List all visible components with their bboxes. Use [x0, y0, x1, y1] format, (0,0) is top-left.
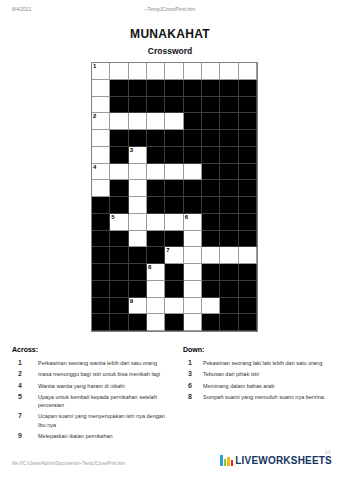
clue-number: 7 — [166, 247, 169, 254]
clue-num: 2 — [18, 370, 38, 378]
black-cell — [220, 147, 238, 164]
black-cell — [147, 180, 165, 197]
clue-num: 1 — [188, 359, 203, 367]
black-cell — [129, 314, 147, 331]
liveworksheets-logo: LIVEWORKSHEETS — [220, 455, 332, 466]
grid-cell[interactable] — [129, 63, 147, 80]
black-cell — [220, 80, 238, 97]
black-cell — [110, 197, 128, 214]
across-clue: 1Perkawinan seorang wanita lebih dari sa… — [12, 359, 174, 367]
grid-cell[interactable]: 3 — [129, 147, 147, 164]
black-cell — [165, 281, 183, 298]
grid-cell[interactable] — [92, 97, 110, 114]
black-cell — [184, 180, 202, 197]
across-clue: 9Melepaskan ikatan pernikahan — [12, 432, 174, 440]
black-cell — [147, 197, 165, 214]
crossword-grid: 123456789 — [91, 62, 258, 332]
black-cell — [129, 97, 147, 114]
clue-text: Meminang dalam bahas arab — [203, 382, 330, 390]
grid-cell[interactable] — [129, 214, 147, 231]
clue-text: Perkawinan seorang wanita lebih dari sat… — [38, 359, 174, 367]
grid-cell[interactable] — [92, 130, 110, 147]
black-cell — [129, 130, 147, 147]
black-cell — [220, 214, 238, 231]
black-cell — [184, 130, 202, 147]
black-cell — [239, 298, 257, 315]
clue-text: Ucapan suami yang menyerupakan istri nya… — [38, 412, 174, 429]
footer-file-url: file:///C:/Users/Admin/Documents/~TempJC… — [12, 461, 125, 466]
black-cell — [165, 197, 183, 214]
clue-text: Wanita wanita yang haram di nikahi — [38, 382, 174, 390]
black-cell — [202, 214, 220, 231]
grid-cell[interactable] — [165, 164, 183, 181]
clue-text: Tebusan dari pihak istri — [203, 370, 330, 378]
clue-number: 4 — [93, 164, 96, 171]
grid-cell[interactable] — [202, 298, 220, 315]
black-cell — [220, 197, 238, 214]
down-clue: 3Tebusan dari pihak istri — [183, 370, 330, 378]
down-clues-section: Down: 1Pekawinan seorang laki laki lebih… — [183, 346, 330, 404]
grid-cell[interactable] — [92, 180, 110, 197]
clue-text: Pekawinan seorang laki laki lebih dari s… — [203, 359, 330, 367]
grid-cell[interactable] — [147, 214, 165, 231]
grid-cell[interactable] — [184, 247, 202, 264]
grid-cell[interactable] — [110, 113, 128, 130]
black-cell — [110, 180, 128, 197]
black-cell — [110, 264, 128, 281]
black-cell — [110, 80, 128, 97]
black-cell — [92, 197, 110, 214]
black-cell — [184, 97, 202, 114]
grid-cell[interactable] — [129, 231, 147, 248]
black-cell — [239, 164, 257, 181]
black-cell — [92, 298, 110, 315]
grid-cell[interactable] — [147, 314, 165, 331]
black-cell — [220, 97, 238, 114]
across-clue: 5Upaya untuk kembali kepada pernikahan s… — [12, 393, 174, 410]
grid-cell[interactable]: 4 — [92, 164, 110, 181]
clue-num: 6 — [188, 382, 203, 390]
across-clue: 2masa menunggu bagi istri untuk bisa men… — [12, 370, 174, 378]
black-cell — [110, 97, 128, 114]
down-clue: 1Pekawinan seorang laki laki lebih dari … — [183, 359, 330, 367]
clue-text: masa menunggu bagi istri untuk bisa meni… — [38, 370, 174, 378]
grid-cell[interactable] — [184, 314, 202, 331]
clue-num: 5 — [18, 393, 38, 410]
grid-cell[interactable] — [184, 298, 202, 315]
grid-cell[interactable] — [220, 63, 238, 80]
clue-text: Upaya untuk kembali kepada pernikahan se… — [38, 393, 174, 410]
black-cell — [147, 231, 165, 248]
clue-number: 6 — [185, 214, 188, 221]
across-clue: 4Wanita wanita yang haram di nikahi — [12, 382, 174, 390]
black-cell — [184, 197, 202, 214]
black-cell — [239, 197, 257, 214]
across-heading: Across: — [12, 346, 174, 353]
puzzle-type-heading: Crossword — [0, 46, 340, 56]
black-cell — [202, 80, 220, 97]
black-cell — [110, 247, 128, 264]
clue-num: 7 — [18, 412, 38, 429]
grid-cell[interactable] — [239, 247, 257, 264]
black-cell — [239, 147, 257, 164]
clue-num: 9 — [18, 432, 38, 440]
black-cell — [165, 180, 183, 197]
black-cell — [129, 264, 147, 281]
header-date: 8/4/2021 — [12, 6, 31, 12]
black-cell — [165, 80, 183, 97]
grid-cell[interactable]: 6 — [184, 214, 202, 231]
clue-number: 8 — [148, 264, 151, 271]
grid-cell[interactable] — [220, 247, 238, 264]
black-cell — [147, 147, 165, 164]
black-cell — [184, 80, 202, 97]
black-cell — [239, 314, 257, 331]
clue-num: 1 — [18, 359, 38, 367]
black-cell — [147, 130, 165, 147]
black-cell — [239, 130, 257, 147]
grid-cell[interactable] — [165, 63, 183, 80]
grid-cell[interactable] — [184, 264, 202, 281]
black-cell — [239, 80, 257, 97]
black-cell — [220, 264, 238, 281]
black-cell — [239, 214, 257, 231]
grid-cell[interactable] — [147, 281, 165, 298]
black-cell — [129, 281, 147, 298]
black-cell — [110, 314, 128, 331]
black-cell — [220, 130, 238, 147]
grid-cell[interactable] — [202, 247, 220, 264]
black-cell — [147, 97, 165, 114]
black-cell — [92, 264, 110, 281]
black-cell — [202, 97, 220, 114]
black-cell — [92, 231, 110, 248]
grid-cell[interactable] — [184, 231, 202, 248]
black-cell — [110, 281, 128, 298]
across-clue-list: 1Perkawinan seorang wanita lebih dari sa… — [12, 359, 174, 440]
clue-text: Sumpah suami yang menuduh suami nya berz… — [203, 393, 330, 401]
grid-cell[interactable]: 9 — [129, 298, 147, 315]
grid-cell[interactable] — [147, 164, 165, 181]
black-cell — [129, 247, 147, 264]
black-cell — [184, 113, 202, 130]
black-cell — [92, 281, 110, 298]
black-cell — [129, 80, 147, 97]
grid-cell[interactable] — [184, 281, 202, 298]
black-cell — [220, 231, 238, 248]
grid-cell[interactable] — [147, 298, 165, 315]
print-header: 8/4/2021 ~TempJCrossPrint.htm — [0, 6, 340, 14]
grid-cell[interactable] — [202, 63, 220, 80]
black-cell — [110, 298, 128, 315]
across-clue: 7Ucapan suami yang menyerupakan istri ny… — [12, 412, 174, 429]
black-cell — [220, 113, 238, 130]
black-cell — [165, 314, 183, 331]
grid-cell[interactable] — [184, 63, 202, 80]
down-clue: 6Meminang dalam bahas arab — [183, 382, 330, 390]
grid-cell[interactable] — [110, 164, 128, 181]
clue-number: 1 — [93, 63, 96, 70]
grid-cell[interactable] — [147, 113, 165, 130]
black-cell — [147, 80, 165, 97]
black-cell — [220, 298, 238, 315]
black-cell — [165, 130, 183, 147]
down-heading: Down: — [183, 346, 330, 353]
black-cell — [184, 147, 202, 164]
black-cell — [202, 231, 220, 248]
grid-cell[interactable]: 5 — [110, 214, 128, 231]
black-cell — [239, 97, 257, 114]
black-cell — [220, 281, 238, 298]
across-clues-section: Across: 1Perkawinan seorang wanita lebih… — [12, 346, 174, 443]
grid-cell[interactable] — [147, 63, 165, 80]
down-clue-list: 1Pekawinan seorang laki laki lebih dari … — [183, 359, 330, 401]
liveworksheets-logo-icon — [220, 455, 233, 466]
grid-cell[interactable] — [239, 63, 257, 80]
black-cell — [110, 147, 128, 164]
down-clue: 8Sumpah suami yang menuduh suami nya ber… — [183, 393, 330, 401]
header-document-name: ~TempJCrossPrint.htm — [145, 6, 196, 12]
black-cell — [202, 164, 220, 181]
black-cell — [147, 247, 165, 264]
grid-cell[interactable] — [129, 164, 147, 181]
clue-num: 8 — [188, 393, 203, 401]
grid-cell[interactable] — [129, 180, 147, 197]
black-cell — [220, 180, 238, 197]
grid-cell[interactable] — [92, 80, 110, 97]
grid-cell[interactable] — [165, 113, 183, 130]
black-cell — [202, 264, 220, 281]
black-cell — [110, 130, 128, 147]
grid-cell[interactable] — [110, 63, 128, 80]
black-cell — [239, 281, 257, 298]
worksheet-page: 8/4/2021 ~TempJCrossPrint.htm MUNAKAHAT … — [0, 0, 340, 480]
grid-cell[interactable] — [92, 147, 110, 164]
grid-cell[interactable] — [165, 298, 183, 315]
grid-cell[interactable]: 7 — [165, 247, 183, 264]
clue-number: 9 — [130, 298, 133, 305]
grid-cell[interactable] — [129, 113, 147, 130]
black-cell — [202, 197, 220, 214]
black-cell — [165, 97, 183, 114]
black-cell — [202, 180, 220, 197]
black-cell — [92, 214, 110, 231]
clue-num: 4 — [18, 382, 38, 390]
black-cell — [165, 231, 183, 248]
page-title: MUNAKAHAT — [0, 27, 340, 41]
black-cell — [165, 147, 183, 164]
clue-num: 3 — [188, 370, 203, 378]
black-cell — [202, 113, 220, 130]
grid-cell[interactable]: 2 — [92, 113, 110, 130]
grid-cell[interactable] — [184, 164, 202, 181]
black-cell — [165, 264, 183, 281]
black-cell — [239, 113, 257, 130]
grid-cell[interactable] — [165, 214, 183, 231]
black-cell — [220, 314, 238, 331]
grid-cell[interactable]: 1 — [92, 63, 110, 80]
black-cell — [239, 231, 257, 248]
black-cell — [239, 264, 257, 281]
clue-number: 2 — [93, 113, 96, 120]
clue-text: Melepaskan ikatan pernikahan — [38, 432, 174, 440]
black-cell — [220, 164, 238, 181]
black-cell — [92, 314, 110, 331]
grid-cell[interactable] — [129, 197, 147, 214]
black-cell — [239, 180, 257, 197]
black-cell — [92, 247, 110, 264]
clue-number: 5 — [111, 214, 114, 221]
black-cell — [202, 281, 220, 298]
black-cell — [202, 147, 220, 164]
black-cell — [202, 314, 220, 331]
clue-number: 3 — [130, 147, 133, 154]
black-cell — [202, 130, 220, 147]
grid-cell[interactable]: 8 — [147, 264, 165, 281]
liveworksheets-brand-text: LIVEWORKSHEETS — [235, 455, 332, 466]
black-cell — [110, 231, 128, 248]
